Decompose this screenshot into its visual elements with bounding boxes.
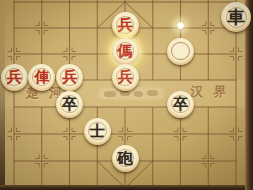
piece-black-soldier[interactable]: 卒 bbox=[56, 91, 83, 118]
piece-red-horse[interactable]: 傌 bbox=[112, 38, 139, 65]
piece-glyph: 士 bbox=[84, 118, 111, 145]
piece-red-soldier[interactable]: 兵 bbox=[1, 64, 28, 91]
move-hint-dot[interactable] bbox=[176, 21, 185, 30]
piece-glyph: 車 bbox=[221, 2, 251, 32]
piece-unknown-hidden-facedown[interactable] bbox=[167, 38, 194, 65]
board-edge-left bbox=[0, 0, 5, 190]
piece-glyph: 兵 bbox=[1, 64, 28, 91]
piece-glyph: 兵 bbox=[112, 12, 139, 39]
xiangqi-board[interactable]: 楚河 汉界 兵傌車兵俥兵兵卒卒士砲 bbox=[0, 0, 253, 190]
piece-black-soldier[interactable]: 卒 bbox=[167, 91, 194, 118]
river-label-right: 汉界 bbox=[189, 83, 237, 101]
piece-glyph: 卒 bbox=[167, 91, 194, 118]
piece-red-soldier[interactable]: 兵 bbox=[112, 12, 139, 39]
piece-red-chariot[interactable]: 俥 bbox=[28, 64, 55, 91]
piece-black-advisor[interactable]: 士 bbox=[84, 118, 111, 145]
piece-glyph: 俥 bbox=[28, 64, 55, 91]
piece-black-chariot[interactable]: 車 bbox=[221, 2, 251, 32]
piece-glyph: 砲 bbox=[112, 145, 139, 172]
piece-glyph bbox=[167, 38, 194, 65]
piece-black-cannon[interactable]: 砲 bbox=[112, 145, 139, 172]
board-edge-bottom bbox=[0, 185, 253, 190]
piece-glyph: 兵 bbox=[112, 64, 139, 91]
piece-glyph: 卒 bbox=[56, 91, 83, 118]
piece-glyph: 兵 bbox=[56, 64, 83, 91]
piece-red-soldier[interactable]: 兵 bbox=[56, 64, 83, 91]
piece-red-soldier[interactable]: 兵 bbox=[112, 64, 139, 91]
piece-glyph: 傌 bbox=[112, 38, 139, 65]
